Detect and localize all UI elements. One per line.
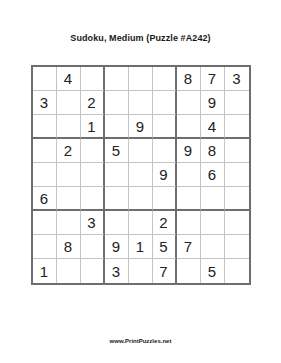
sudoku-cell-r8c4: 9 [105, 235, 129, 259]
sudoku-cell-r2c9 [225, 91, 249, 115]
sudoku-cell-r9c9 [225, 259, 249, 283]
sudoku-cell-r4c2: 2 [57, 139, 81, 163]
sudoku-cell-r4c5 [129, 139, 153, 163]
sudoku-cell-r1c1 [33, 67, 57, 91]
sudoku-cell-r4c1 [33, 139, 57, 163]
sudoku-cell-r7c8 [201, 211, 225, 235]
sudoku-cell-r7c7 [177, 211, 201, 235]
sudoku-cell-r7c1 [33, 211, 57, 235]
sudoku-cell-r5c9 [225, 163, 249, 187]
sudoku-cell-r4c3 [81, 139, 105, 163]
sudoku-cell-r3c9 [225, 115, 249, 139]
sudoku-cell-r1c6 [153, 67, 177, 91]
sudoku-cell-r5c5 [129, 163, 153, 187]
puzzle-title: Sudoku, Medium (Puzzle #A242) [0, 33, 281, 43]
sudoku-cell-r7c4 [105, 211, 129, 235]
sudoku-cell-r1c3 [81, 67, 105, 91]
sudoku-cell-r4c8: 8 [201, 139, 225, 163]
sudoku-cell-r9c7 [177, 259, 201, 283]
sudoku-cell-r2c6 [153, 91, 177, 115]
sudoku-cell-r6c7 [177, 187, 201, 211]
sudoku-cell-r3c2 [57, 115, 81, 139]
sudoku-cell-r3c5: 9 [129, 115, 153, 139]
sudoku-cell-r5c8: 6 [201, 163, 225, 187]
sudoku-cell-r8c1 [33, 235, 57, 259]
sudoku-cell-r8c3 [81, 235, 105, 259]
sudoku-cell-r8c5: 1 [129, 235, 153, 259]
sudoku-cell-r2c5 [129, 91, 153, 115]
sudoku-cell-r4c6 [153, 139, 177, 163]
sudoku-cell-r2c3: 2 [81, 91, 105, 115]
footer-url: www.PrintPuzzles.net [0, 338, 281, 344]
sudoku-cell-r5c4 [105, 163, 129, 187]
sudoku-cell-r8c7: 7 [177, 235, 201, 259]
sudoku-cell-r5c7 [177, 163, 201, 187]
sudoku-cell-r9c1: 1 [33, 259, 57, 283]
sudoku-cell-r2c1: 3 [33, 91, 57, 115]
sudoku-cell-r1c4 [105, 67, 129, 91]
sudoku-cell-r9c6: 7 [153, 259, 177, 283]
sudoku-cell-r6c3 [81, 187, 105, 211]
sudoku-cell-r7c9 [225, 211, 249, 235]
puzzle-page: Sudoku, Medium (Puzzle #A242) 4873329194… [0, 0, 281, 363]
sudoku-cell-r7c5 [129, 211, 153, 235]
sudoku-cell-r3c4 [105, 115, 129, 139]
sudoku-cell-r1c5 [129, 67, 153, 91]
sudoku-cell-r6c4 [105, 187, 129, 211]
sudoku-cell-r3c6 [153, 115, 177, 139]
sudoku-cell-r5c2 [57, 163, 81, 187]
sudoku-grid: 4873329194259896632891571375 [31, 65, 251, 285]
sudoku-cell-r5c3 [81, 163, 105, 187]
sudoku-cell-r6c2 [57, 187, 81, 211]
sudoku-cell-r6c5 [129, 187, 153, 211]
sudoku-cell-r4c7: 9 [177, 139, 201, 163]
sudoku-cell-r5c6: 9 [153, 163, 177, 187]
sudoku-cell-r9c2 [57, 259, 81, 283]
sudoku-cell-r1c8: 7 [201, 67, 225, 91]
sudoku-cell-r5c1 [33, 163, 57, 187]
sudoku-cell-r2c2 [57, 91, 81, 115]
sudoku-cell-r8c8 [201, 235, 225, 259]
sudoku-cell-r9c3 [81, 259, 105, 283]
sudoku-cell-r8c9 [225, 235, 249, 259]
sudoku-cell-r6c1: 6 [33, 187, 57, 211]
sudoku-cell-r8c2: 8 [57, 235, 81, 259]
sudoku-cell-r1c9: 3 [225, 67, 249, 91]
sudoku-cell-r7c2 [57, 211, 81, 235]
sudoku-cell-r2c7 [177, 91, 201, 115]
sudoku-cell-r1c7: 8 [177, 67, 201, 91]
sudoku-cell-r2c4 [105, 91, 129, 115]
sudoku-cell-r7c6: 2 [153, 211, 177, 235]
sudoku-cell-r4c4: 5 [105, 139, 129, 163]
sudoku-cell-r1c2: 4 [57, 67, 81, 91]
sudoku-cell-r6c9 [225, 187, 249, 211]
sudoku-cell-r3c8: 4 [201, 115, 225, 139]
sudoku-cell-r2c8: 9 [201, 91, 225, 115]
sudoku-cell-r9c4: 3 [105, 259, 129, 283]
sudoku-cell-r3c3: 1 [81, 115, 105, 139]
sudoku-cell-r9c5 [129, 259, 153, 283]
sudoku-cell-r3c1 [33, 115, 57, 139]
sudoku-cell-r7c3: 3 [81, 211, 105, 235]
sudoku-cell-r6c8 [201, 187, 225, 211]
sudoku-cell-r4c9 [225, 139, 249, 163]
sudoku-cell-r3c7 [177, 115, 201, 139]
sudoku-cell-r6c6 [153, 187, 177, 211]
sudoku-cell-r8c6: 5 [153, 235, 177, 259]
sudoku-cell-r9c8: 5 [201, 259, 225, 283]
